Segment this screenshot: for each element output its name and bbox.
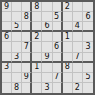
- given-digit: 1: [65, 33, 70, 41]
- cell-r9c3[interactable]: [22, 83, 32, 93]
- cell-r3c9[interactable]: [83, 22, 93, 32]
- cell-r1c1[interactable]: 9: [2, 2, 12, 12]
- cell-r1c3[interactable]: [22, 2, 32, 12]
- cell-r6c9[interactable]: [83, 53, 93, 63]
- cell-r8c4[interactable]: [32, 73, 42, 83]
- given-digit: 3: [4, 63, 9, 71]
- cell-r6c3[interactable]: [22, 53, 32, 63]
- cell-r2c3[interactable]: 8: [22, 12, 32, 22]
- cell-r8c5[interactable]: [42, 73, 52, 83]
- cell-r1c8[interactable]: [73, 2, 83, 12]
- cell-r6c4[interactable]: [32, 53, 42, 63]
- cell-r8c2[interactable]: [12, 73, 22, 83]
- given-digit: 9: [44, 53, 49, 61]
- given-digit: 6: [4, 33, 9, 41]
- cell-r5c5[interactable]: [42, 42, 52, 52]
- cell-r8c1[interactable]: [2, 73, 12, 83]
- given-digit: 3: [44, 84, 49, 92]
- cell-r9c9[interactable]: [83, 83, 93, 93]
- cell-r7c3[interactable]: [22, 63, 32, 73]
- given-digit: 2: [65, 3, 70, 11]
- given-digit: 5: [54, 13, 59, 21]
- cell-r7c1[interactable]: 3: [2, 63, 12, 73]
- given-digit: 3: [14, 53, 19, 61]
- given-digit: 3: [85, 43, 90, 51]
- cell-r8c6[interactable]: 7: [53, 73, 63, 83]
- cell-r1c6[interactable]: [53, 2, 63, 12]
- cell-r3c5[interactable]: 6: [42, 22, 52, 32]
- cell-r6c7[interactable]: [63, 53, 73, 63]
- cell-r4c3[interactable]: [22, 32, 32, 42]
- cell-r7c5[interactable]: [42, 63, 52, 73]
- cell-r9c6[interactable]: [53, 83, 63, 93]
- given-digit: 5: [85, 73, 90, 81]
- cell-r7c7[interactable]: 8: [63, 63, 73, 73]
- given-digit: 6: [54, 43, 59, 51]
- given-digit: 6: [85, 13, 90, 21]
- cell-r7c9[interactable]: [83, 63, 93, 73]
- cell-r5c1[interactable]: [2, 42, 12, 52]
- cell-r5c4[interactable]: [32, 42, 42, 52]
- given-digit: 6: [44, 22, 49, 30]
- cell-r8c9[interactable]: 5: [83, 73, 93, 83]
- cell-r2c5[interactable]: [42, 12, 52, 22]
- given-digit: 5: [14, 22, 19, 30]
- cell-r4c4[interactable]: 2: [32, 32, 42, 42]
- cell-r6c6[interactable]: [53, 53, 63, 63]
- cell-r2c7[interactable]: [63, 12, 73, 22]
- cell-r4c5[interactable]: [42, 32, 52, 42]
- cell-r5c9[interactable]: 3: [83, 42, 93, 52]
- cell-r5c2[interactable]: [12, 42, 22, 52]
- cell-r7c2[interactable]: [12, 63, 22, 73]
- cell-r4c9[interactable]: [83, 32, 93, 42]
- cell-r9c5[interactable]: 3: [42, 83, 52, 93]
- given-digit: 4: [75, 22, 80, 30]
- cell-r5c7[interactable]: [63, 42, 73, 52]
- cell-r9c8[interactable]: 2: [73, 83, 83, 93]
- cell-r7c4[interactable]: 1: [32, 63, 42, 73]
- cell-r5c8[interactable]: [73, 42, 83, 52]
- cell-r9c1[interactable]: [2, 83, 12, 93]
- cell-r3c8[interactable]: 4: [73, 22, 83, 32]
- cell-r8c3[interactable]: 9: [22, 73, 32, 83]
- cell-r9c4[interactable]: [32, 83, 42, 93]
- cell-r1c7[interactable]: 2: [63, 2, 73, 12]
- given-digit: 8: [65, 63, 70, 71]
- given-digit: 8: [34, 3, 39, 11]
- cell-r3c6[interactable]: [53, 22, 63, 32]
- cell-r4c8[interactable]: [73, 32, 83, 42]
- cell-r3c4[interactable]: [32, 22, 42, 32]
- cell-r4c2[interactable]: [12, 32, 22, 42]
- given-digit: 8: [24, 13, 29, 21]
- cell-r9c2[interactable]: 8: [12, 83, 22, 93]
- cell-r2c9[interactable]: 6: [83, 12, 93, 22]
- given-digit: 8: [14, 84, 19, 92]
- given-digit: 2: [75, 84, 80, 92]
- cell-r6c5[interactable]: 9: [42, 53, 52, 63]
- cell-r2c6[interactable]: 5: [53, 12, 63, 22]
- cell-r3c7[interactable]: [63, 22, 73, 32]
- given-digit: 2: [34, 33, 39, 41]
- sudoku-board: 982856564621763397318975832: [0, 0, 95, 95]
- cell-r2c8[interactable]: [73, 12, 83, 22]
- cell-r2c1[interactable]: [2, 12, 12, 22]
- cell-r4c6[interactable]: [53, 32, 63, 42]
- given-digit: 7: [75, 53, 80, 61]
- given-digit: 9: [4, 3, 9, 11]
- cell-r1c5[interactable]: [42, 2, 52, 12]
- given-digit: 1: [34, 63, 39, 71]
- cell-r1c9[interactable]: [83, 2, 93, 12]
- cell-r7c8[interactable]: [73, 63, 83, 73]
- cell-r3c1[interactable]: [2, 22, 12, 32]
- cell-r1c2[interactable]: [12, 2, 22, 12]
- cell-r5c6[interactable]: 6: [53, 42, 63, 52]
- cell-r8c8[interactable]: [73, 73, 83, 83]
- cell-r9c7[interactable]: [63, 83, 73, 93]
- cell-r2c2[interactable]: [12, 12, 22, 22]
- given-digit: 7: [54, 73, 59, 81]
- cell-r6c2[interactable]: 3: [12, 53, 22, 63]
- cell-r8c7[interactable]: [63, 73, 73, 83]
- cell-r6c8[interactable]: 7: [73, 53, 83, 63]
- given-digit: 9: [24, 73, 29, 81]
- cell-r5c3[interactable]: 7: [22, 42, 32, 52]
- cell-r3c3[interactable]: [22, 22, 32, 32]
- cell-r2c4[interactable]: [32, 12, 42, 22]
- cell-r7c6[interactable]: [53, 63, 63, 73]
- cell-r6c1[interactable]: [2, 53, 12, 63]
- cell-r4c7[interactable]: 1: [63, 32, 73, 42]
- cell-r3c2[interactable]: 5: [12, 22, 22, 32]
- given-digit: 7: [24, 43, 29, 51]
- cell-r1c4[interactable]: 8: [32, 2, 42, 12]
- cell-r4c1[interactable]: 6: [2, 32, 12, 42]
